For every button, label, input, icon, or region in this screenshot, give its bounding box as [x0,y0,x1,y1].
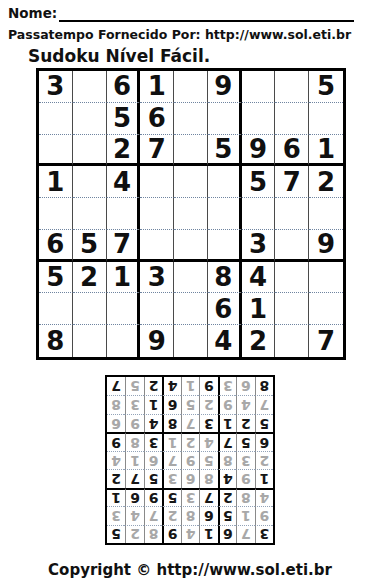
cell-r1c9[interactable]: 5 [309,71,343,103]
cell-r2c9[interactable] [309,103,343,135]
cell-r3c8[interactable]: 6 [275,135,309,167]
cell-r2c3[interactable]: 5 [107,103,141,135]
solution-cell-r4c4: 8 [199,469,217,487]
cell-r7c8[interactable] [275,262,309,294]
cell-r8c3[interactable] [107,293,141,325]
cell-r5c5[interactable] [174,198,208,230]
cell-r2c8[interactable] [275,103,309,135]
cell-r6c3[interactable]: 7 [107,230,141,262]
solution-cell-r1c6: 9 [162,525,180,543]
cell-r8c7[interactable]: 1 [242,293,276,325]
solution-cell-r1c8: 2 [125,525,143,543]
solution-cell-r8c6: 6 [162,395,180,413]
solution-cell-r1c1: 3 [255,525,273,543]
solution-cell-r9c2: 6 [236,377,254,395]
cell-r4c2[interactable] [73,166,107,198]
solution-cell-r3c3: 2 [218,488,236,506]
solution-cell-r4c2: 9 [236,469,254,487]
solution-cell-r3c7: 9 [144,488,162,506]
cell-r8c1[interactable] [39,293,73,325]
cell-r3c3[interactable]: 2 [107,135,141,167]
solution-cell-r2c5: 8 [181,506,199,524]
solution-cell-r5c9: 4 [107,451,125,469]
cell-r1c2[interactable] [73,71,107,103]
cell-r4c8[interactable]: 7 [275,166,309,198]
cell-r3c9[interactable]: 1 [309,135,343,167]
solution-cell-r7c2: 2 [236,414,254,432]
cell-r4c1[interactable]: 1 [39,166,73,198]
solution-cell-r6c5: 2 [181,432,199,450]
cell-r2c1[interactable] [39,103,73,135]
cell-r5c7[interactable] [242,198,276,230]
cell-r5c9[interactable] [309,198,343,230]
solution-cell-r7c4: 3 [199,414,217,432]
solution-cell-r3c6: 5 [162,488,180,506]
solution-cell-r7c6: 8 [162,414,180,432]
cell-r7c1[interactable]: 5 [39,262,73,294]
solution-cell-r4c6: 3 [162,469,180,487]
sudoku-grid: 361955627596114572657395213846189427 [36,68,346,360]
solution-cell-r9c1: 8 [255,377,273,395]
cell-r9c4[interactable]: 9 [140,325,174,357]
cell-r7c7[interactable]: 4 [242,262,276,294]
provider-text: Passatempo Fornecido Por: http://www.sol… [8,27,380,42]
page-title: Sudoku Nível Fácil. [28,46,380,66]
cell-r3c4[interactable]: 7 [140,135,174,167]
cell-r4c4[interactable] [140,166,174,198]
cell-r9c5[interactable] [174,325,208,357]
solution-cell-r1c7: 8 [144,525,162,543]
cell-r2c7[interactable] [242,103,276,135]
cell-r1c5[interactable] [174,71,208,103]
solution-cell-r7c3: 1 [218,414,236,432]
cell-r5c3[interactable] [107,198,141,230]
solution-cell-r4c5: 6 [181,469,199,487]
solution-cell-r9c9: 7 [107,377,125,395]
cell-r6c2[interactable]: 5 [73,230,107,262]
solution-cell-r5c5: 9 [181,451,199,469]
cell-r9c8[interactable] [275,325,309,357]
cell-r2c6[interactable] [208,103,242,135]
solution-cell-r5c4: 5 [199,451,217,469]
cell-r1c6[interactable]: 9 [208,71,242,103]
solution-cell-r7c8: 9 [125,414,143,432]
cell-r2c2[interactable] [73,103,107,135]
solution-cell-r2c4: 6 [199,506,217,524]
solution-cell-r4c1: 1 [255,469,273,487]
cell-r5c8[interactable] [275,198,309,230]
solution-cell-r1c3: 6 [218,525,236,543]
solution-cell-r8c2: 4 [236,395,254,413]
solution-cell-r9c8: 5 [125,377,143,395]
name-row: Nome: [0,0,380,22]
cell-r3c6[interactable]: 5 [208,135,242,167]
cell-r1c3[interactable]: 6 [107,71,141,103]
cell-r8c2[interactable] [73,293,107,325]
solution-cell-r9c6: 4 [162,377,180,395]
solution-cell-r1c4: 1 [199,525,217,543]
cell-r1c4[interactable]: 1 [140,71,174,103]
cell-r2c4[interactable]: 6 [140,103,174,135]
solution-grid: 3761498259156827434827359611948635722385… [105,375,275,545]
copyright-text: Copyright © http://www.sol.eti.br [0,561,380,579]
solution-cell-r6c8: 8 [125,432,143,450]
solution-cell-r4c3: 4 [218,469,236,487]
cell-r3c7[interactable]: 9 [242,135,276,167]
cell-r4c3[interactable]: 4 [107,166,141,198]
solution-cell-r1c2: 7 [236,525,254,543]
solution-cell-r6c1: 6 [255,432,273,450]
cell-r8c5[interactable] [174,293,208,325]
cell-r8c8[interactable] [275,293,309,325]
cell-r4c7[interactable]: 5 [242,166,276,198]
cell-r5c2[interactable] [73,198,107,230]
solution-cell-r6c3: 7 [218,432,236,450]
solution-cell-r3c9: 1 [107,488,125,506]
cell-r9c6[interactable]: 4 [208,325,242,357]
cell-r1c8[interactable] [275,71,309,103]
solution-cell-r3c5: 3 [181,488,199,506]
cell-r6c8[interactable] [275,230,309,262]
solution-cell-r2c6: 2 [162,506,180,524]
solution-cell-r9c3: 3 [218,377,236,395]
cell-r7c3[interactable]: 1 [107,262,141,294]
solution-cell-r5c8: 1 [125,451,143,469]
solution-cell-r5c7: 6 [144,451,162,469]
solution-cell-r5c6: 7 [162,451,180,469]
solution-cell-r4c7: 5 [144,469,162,487]
solution-cell-r3c1: 4 [255,488,273,506]
solution-cell-r6c9: 9 [107,432,125,450]
cell-r4c6[interactable] [208,166,242,198]
cell-r9c2[interactable] [73,325,107,357]
cell-r6c1[interactable]: 6 [39,230,73,262]
cell-r7c6[interactable]: 8 [208,262,242,294]
cell-r3c5[interactable] [174,135,208,167]
cell-r8c6[interactable]: 6 [208,293,242,325]
solution-cell-r6c7: 3 [144,432,162,450]
cell-r4c5[interactable] [174,166,208,198]
cell-r6c9[interactable]: 9 [309,230,343,262]
solution-cell-r6c6: 1 [162,432,180,450]
cell-r3c2[interactable] [73,135,107,167]
solution-cell-r8c8: 3 [125,395,143,413]
cell-r1c1[interactable]: 3 [39,71,73,103]
solution-cell-r3c4: 7 [199,488,217,506]
solution-cell-r2c2: 1 [236,506,254,524]
solution-cell-r3c8: 6 [125,488,143,506]
cell-r5c4[interactable] [140,198,174,230]
solution-cell-r2c8: 4 [125,506,143,524]
solution-cell-r2c1: 9 [255,506,273,524]
cell-r7c5[interactable] [174,262,208,294]
solution-cell-r5c1: 2 [255,451,273,469]
solution-cell-r7c1: 5 [255,414,273,432]
solution-cell-r8c9: 8 [107,395,125,413]
solution-cell-r9c4: 9 [199,377,217,395]
solution-cell-r2c7: 7 [144,506,162,524]
cell-r9c3[interactable] [107,325,141,357]
solution-cell-r4c9: 2 [107,469,125,487]
cell-r8c4[interactable] [140,293,174,325]
name-underline [59,5,354,22]
cell-r8c9[interactable] [309,293,343,325]
solution-cell-r5c2: 3 [236,451,254,469]
cell-r9c9[interactable]: 7 [309,325,343,357]
cell-r7c4[interactable]: 3 [140,262,174,294]
solution-cell-r7c9: 6 [107,414,125,432]
solution-cell-r8c5: 5 [181,395,199,413]
cell-r5c6[interactable] [208,198,242,230]
solution-cell-r7c5: 7 [181,414,199,432]
solution-cell-r6c4: 4 [199,432,217,450]
solution-cell-r1c9: 5 [107,525,125,543]
cell-r6c4[interactable] [140,230,174,262]
solution-cell-r8c1: 7 [255,395,273,413]
cell-r6c5[interactable] [174,230,208,262]
solution-cell-r8c7: 1 [144,395,162,413]
cell-r1c7[interactable] [242,71,276,103]
solution-cell-r9c7: 2 [144,377,162,395]
solution-cell-r8c3: 9 [218,395,236,413]
solution-cell-r8c4: 2 [199,395,217,413]
solution-cell-r2c9: 3 [107,506,125,524]
solution-cell-r3c2: 8 [236,488,254,506]
name-label: Nome: [8,5,57,22]
solution-cell-r5c3: 8 [218,451,236,469]
cell-r6c7[interactable]: 3 [242,230,276,262]
solution-cell-r2c3: 5 [218,506,236,524]
solution-cell-r1c5: 4 [181,525,199,543]
solution-cell-r9c5: 1 [181,377,199,395]
cell-r9c1[interactable]: 8 [39,325,73,357]
solution-cell-r7c7: 4 [144,414,162,432]
solution-cell-r4c8: 7 [125,469,143,487]
cell-r6c6[interactable] [208,230,242,262]
cell-r5c1[interactable] [39,198,73,230]
cell-r9c7[interactable]: 2 [242,325,276,357]
cell-r2c5[interactable] [174,103,208,135]
cell-r4c9[interactable]: 2 [309,166,343,198]
cell-r7c2[interactable]: 2 [73,262,107,294]
cell-r7c9[interactable] [309,262,343,294]
solution-cell-r6c2: 5 [236,432,254,450]
cell-r3c1[interactable] [39,135,73,167]
